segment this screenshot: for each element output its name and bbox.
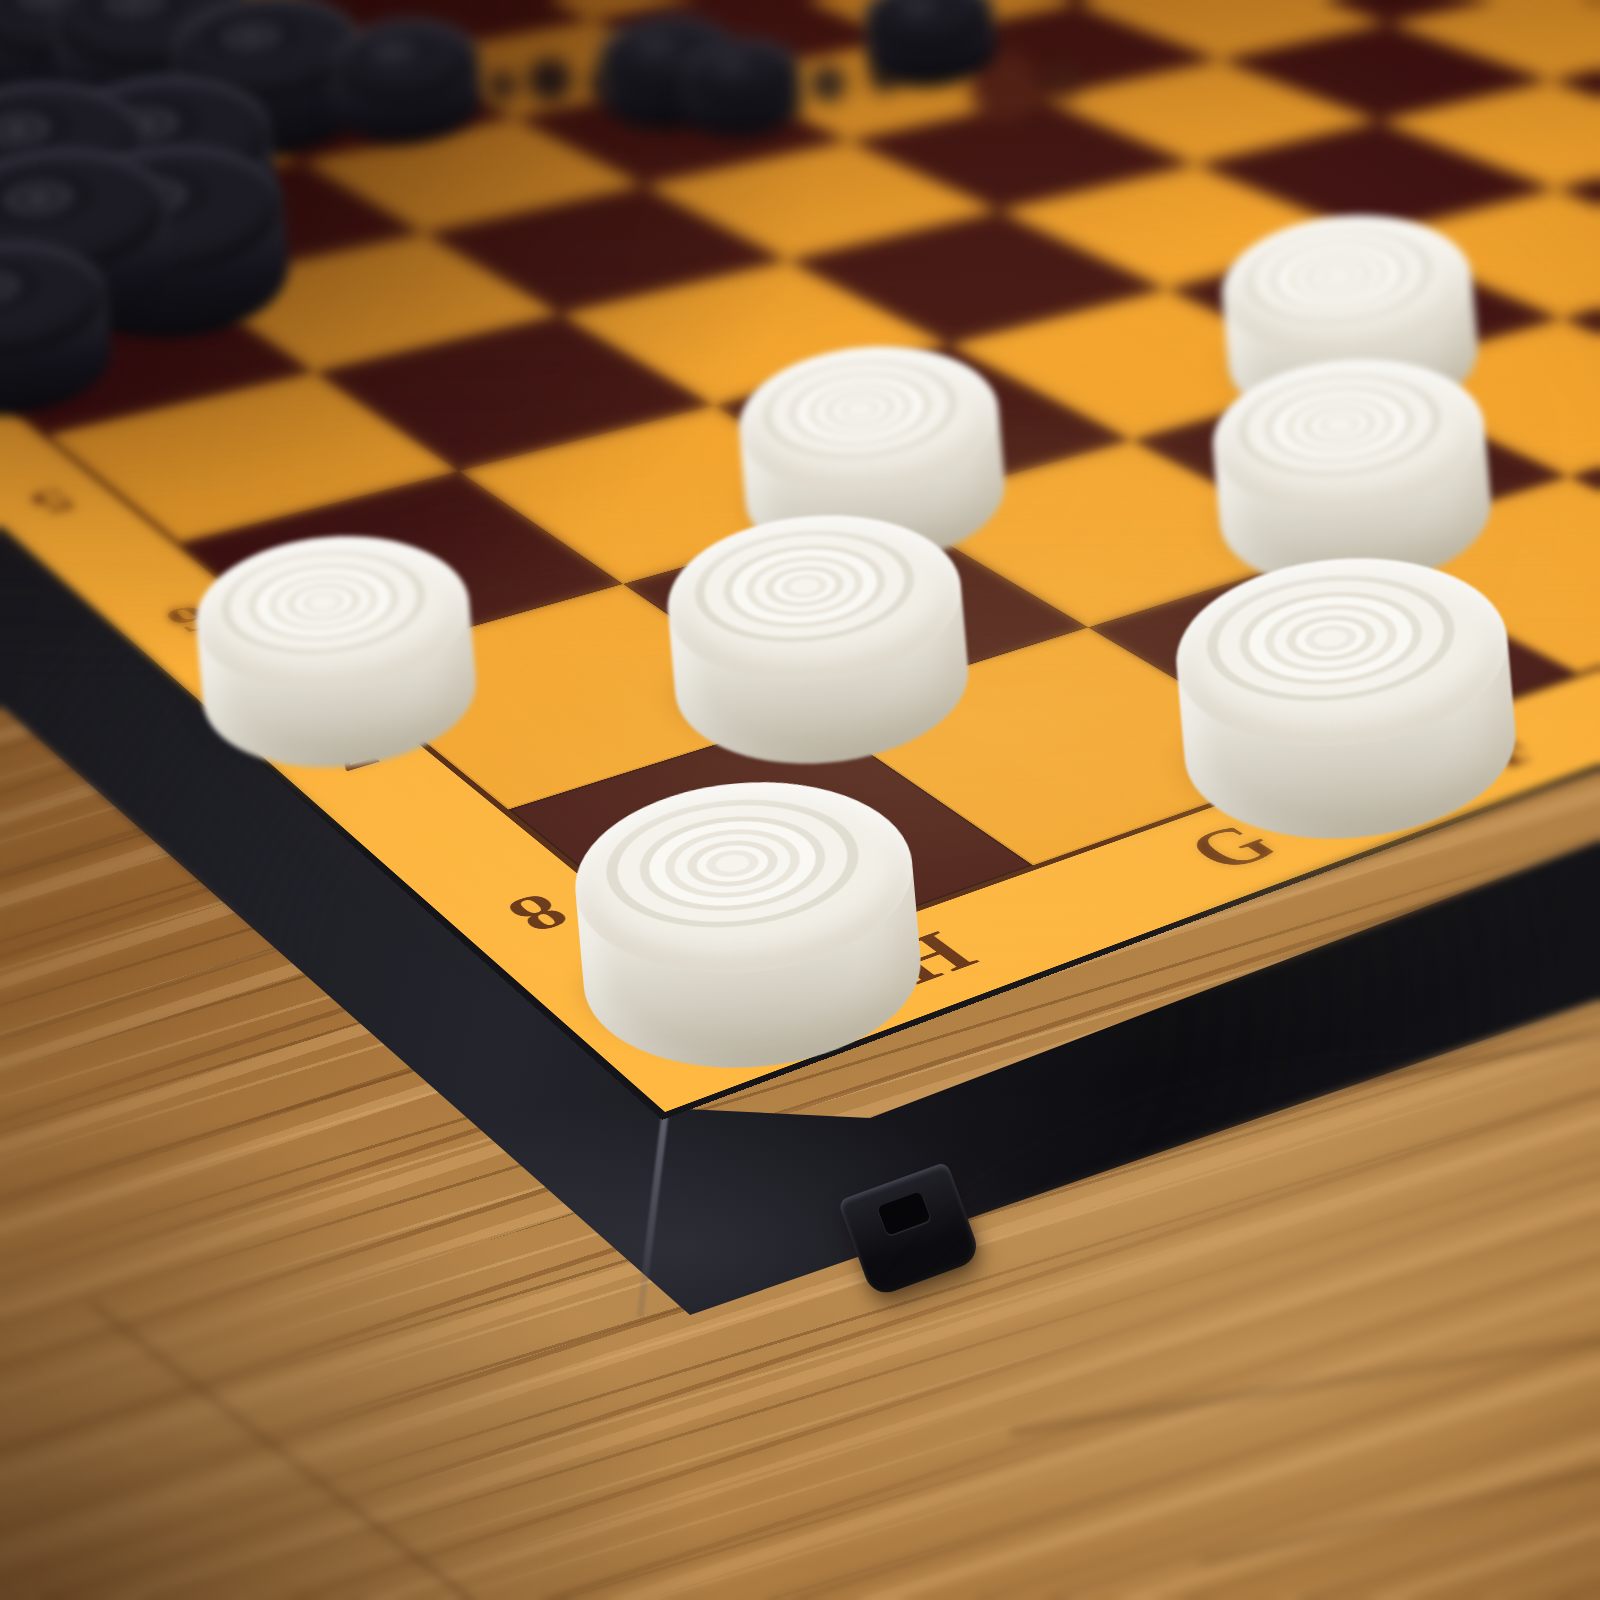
file-label-H: H — [859, 919, 998, 997]
rank-label-8: 8 — [489, 883, 587, 945]
rank-label-7: 7 — [307, 729, 395, 781]
file-label-G: G — [1164, 812, 1299, 882]
latch-slot — [877, 1191, 931, 1236]
file-label-F: F — [1445, 718, 1566, 777]
product-photo-checkers-board: 87654321HGFEDCBA — [0, 0, 1600, 1600]
rank-label-5: 5 — [16, 482, 88, 521]
rank-label-6: 6 — [151, 597, 230, 642]
